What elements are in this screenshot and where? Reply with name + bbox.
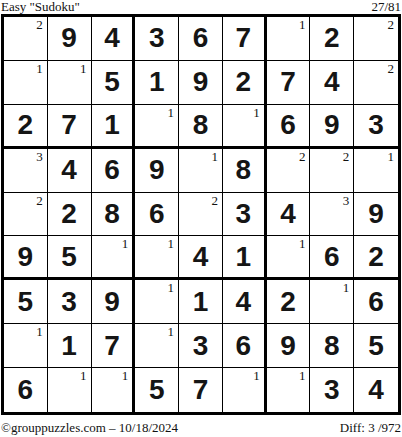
cell-corner-mark: 1 <box>80 369 87 382</box>
sudoku-cell[interactable]: 7 <box>48 105 92 149</box>
cell-corner-mark: 1 <box>211 150 218 163</box>
sudoku-cell[interactable]: 6 <box>92 149 136 193</box>
cell-corner-mark: 1 <box>168 237 175 250</box>
sudoku-cell[interactable]: 2 <box>310 17 354 61</box>
cell-value: 9 <box>18 243 34 271</box>
sudoku-cell[interactable]: 6 <box>135 193 179 237</box>
cell-value: 2 <box>235 68 251 96</box>
cell-corner-mark: 1 <box>80 62 87 75</box>
sudoku-cell[interactable]: 1 <box>179 280 223 324</box>
sudoku-cell[interactable]: 2 <box>310 149 354 193</box>
cell-value: 1 <box>104 111 120 139</box>
cell-corner-mark: 1 <box>36 325 43 338</box>
cell-value: 9 <box>368 200 384 228</box>
page-footer: ©grouppuzzles.com – 10/18/2024 Diff: 3 /… <box>0 419 402 435</box>
cell-value: 3 <box>235 200 251 228</box>
sudoku-cell[interactable]: 1 <box>92 105 136 149</box>
cell-value: 2 <box>368 243 384 271</box>
sudoku-cell[interactable]: 6 <box>223 324 267 368</box>
sudoku-cell[interactable]: 5 <box>354 324 398 368</box>
sudoku-cell[interactable]: 6 <box>179 17 223 61</box>
sudoku-cell[interactable]: 2 <box>4 105 48 149</box>
cell-value: 5 <box>18 288 34 316</box>
sudoku-cell[interactable]: 7 <box>267 61 311 105</box>
sudoku-cell[interactable]: 6 <box>310 236 354 280</box>
sudoku-cell[interactable]: 6 <box>267 105 311 149</box>
sudoku-cell[interactable]: 2 <box>223 61 267 105</box>
cell-value: 5 <box>368 332 384 360</box>
cell-value: 9 <box>61 24 77 52</box>
sudoku-cell[interactable]: 1 <box>267 368 311 412</box>
cell-value: 6 <box>235 332 251 360</box>
sudoku-grid: 2943671221151927422711816933469182212286… <box>1 14 401 415</box>
cell-value: 6 <box>280 111 296 139</box>
cell-corner-mark: 3 <box>343 194 350 207</box>
cell-value: 9 <box>149 156 165 184</box>
sudoku-cell[interactable]: 1 <box>223 368 267 412</box>
cell-counter: 27/81 <box>371 0 402 13</box>
cell-corner-mark: 1 <box>388 150 395 163</box>
cell-value: 4 <box>280 200 296 228</box>
cell-value: 3 <box>324 376 340 404</box>
sudoku-cell[interactable]: 1 <box>223 105 267 149</box>
cell-value: 5 <box>61 243 77 271</box>
sudoku-cell[interactable]: 1 <box>310 280 354 324</box>
cell-corner-mark: 1 <box>253 106 260 119</box>
sudoku-cell[interactable]: 9 <box>4 236 48 280</box>
sudoku-cell[interactable]: 6 <box>4 368 48 412</box>
cell-value: 7 <box>61 111 77 139</box>
sudoku-cell[interactable]: 4 <box>354 368 398 412</box>
cell-value: 9 <box>324 111 340 139</box>
cell-corner-mark: 2 <box>388 62 395 75</box>
cell-value: 9 <box>280 332 296 360</box>
sudoku-cell[interactable]: 2 <box>354 61 398 105</box>
cell-corner-mark: 1 <box>168 106 175 119</box>
sudoku-cell[interactable]: 8 <box>223 149 267 193</box>
sudoku-cell[interactable]: 2 <box>354 17 398 61</box>
sudoku-cell[interactable]: 1 <box>135 105 179 149</box>
puzzle-title: Easy "Sudoku" <box>0 0 80 13</box>
sudoku-cell[interactable]: 1 <box>48 324 92 368</box>
sudoku-cell[interactable]: 4 <box>48 149 92 193</box>
sudoku-cell[interactable]: 4 <box>223 280 267 324</box>
sudoku-cell[interactable]: 1 <box>48 368 92 412</box>
cell-value: 8 <box>193 111 209 139</box>
sudoku-cell[interactable]: 1 <box>92 368 136 412</box>
sudoku-cell[interactable]: 4 <box>179 236 223 280</box>
sudoku-cell[interactable]: 1 <box>135 236 179 280</box>
page-header: Easy "Sudoku" 27/81 <box>0 0 402 14</box>
difficulty-label: Diff: 3 /972 <box>340 421 402 435</box>
cell-value: 2 <box>61 200 77 228</box>
cell-value: 3 <box>61 288 77 316</box>
sudoku-cell[interactable]: 5 <box>48 236 92 280</box>
cell-value: 1 <box>61 332 77 360</box>
cell-corner-mark: 2 <box>36 194 43 207</box>
cell-value: 6 <box>149 200 165 228</box>
sudoku-cell[interactable]: 6 <box>354 280 398 324</box>
cell-corner-mark: 1 <box>253 369 260 382</box>
cell-value: 4 <box>193 243 209 271</box>
sudoku-cell[interactable]: 2 <box>179 193 223 237</box>
sudoku-cell[interactable]: 8 <box>179 105 223 149</box>
sudoku-cell[interactable]: 5 <box>92 61 136 105</box>
cell-corner-mark: 2 <box>388 18 395 31</box>
sudoku-cell[interactable]: 1 <box>92 236 136 280</box>
cell-value: 1 <box>193 288 209 316</box>
sudoku-cell[interactable]: 9 <box>267 324 311 368</box>
copyright-credit: ©grouppuzzles.com – 10/18/2024 <box>0 421 178 435</box>
cell-value: 7 <box>104 332 120 360</box>
cell-corner-mark: 1 <box>36 62 43 75</box>
sudoku-cell[interactable]: 8 <box>310 324 354 368</box>
sudoku-cell[interactable]: 9 <box>92 280 136 324</box>
cell-value: 7 <box>280 68 296 96</box>
sudoku-cell[interactable]: 2 <box>354 236 398 280</box>
cell-corner-mark: 2 <box>299 150 306 163</box>
cell-corner-mark: 2 <box>211 194 218 207</box>
sudoku-cell[interactable]: 7 <box>179 368 223 412</box>
cell-value: 7 <box>193 376 209 404</box>
cell-corner-mark: 1 <box>168 325 175 338</box>
sudoku-cell[interactable]: 1 <box>135 280 179 324</box>
sudoku-cell[interactable]: 3 <box>310 193 354 237</box>
cell-value: 9 <box>193 68 209 96</box>
cell-corner-mark: 3 <box>36 150 43 163</box>
cell-value: 4 <box>104 24 120 52</box>
sudoku-cell[interactable]: 4 <box>310 61 354 105</box>
cell-corner-mark: 1 <box>168 281 175 294</box>
sudoku-cell[interactable]: 1 <box>267 17 311 61</box>
cell-value: 2 <box>324 24 340 52</box>
cell-value: 4 <box>61 156 77 184</box>
cell-value: 3 <box>368 111 384 139</box>
sudoku-cell[interactable]: 1 <box>4 61 48 105</box>
sudoku-cell[interactable]: 3 <box>354 105 398 149</box>
cell-value: 9 <box>104 288 120 316</box>
cell-value: 8 <box>235 156 251 184</box>
sudoku-cell[interactable]: 3 <box>223 193 267 237</box>
cell-value: 8 <box>104 200 120 228</box>
cell-corner-mark: 1 <box>299 18 306 31</box>
sudoku-cell[interactable]: 5 <box>4 280 48 324</box>
sudoku-cell[interactable]: 9 <box>354 193 398 237</box>
sudoku-cell[interactable]: 2 <box>48 193 92 237</box>
sudoku-cell[interactable]: 1 <box>48 61 92 105</box>
sudoku-cell[interactable]: 1 <box>354 149 398 193</box>
sudoku-cell[interactable]: 9 <box>179 61 223 105</box>
cell-value: 6 <box>193 24 209 52</box>
cell-corner-mark: 1 <box>299 369 306 382</box>
sudoku-cell[interactable]: 5 <box>135 368 179 412</box>
cell-value: 5 <box>104 68 120 96</box>
cell-value: 3 <box>193 332 209 360</box>
sudoku-cell[interactable]: 1 <box>267 236 311 280</box>
sudoku-cell[interactable]: 1 <box>135 324 179 368</box>
sudoku-cell[interactable]: 1 <box>4 324 48 368</box>
cell-value: 2 <box>280 288 296 316</box>
cell-value: 4 <box>235 288 251 316</box>
sudoku-cell[interactable]: 7 <box>223 17 267 61</box>
sudoku-cell[interactable]: 1 <box>179 149 223 193</box>
cell-value: 7 <box>235 24 251 52</box>
cell-value: 4 <box>368 376 384 404</box>
cell-value: 5 <box>149 376 165 404</box>
cell-corner-mark: 2 <box>343 150 350 163</box>
sudoku-cell[interactable]: 7 <box>92 324 136 368</box>
cell-value: 4 <box>324 68 340 96</box>
sudoku-cell[interactable]: 9 <box>135 149 179 193</box>
sudoku-cell[interactable]: 2 <box>4 193 48 237</box>
cell-value: 3 <box>149 24 165 52</box>
sudoku-cell[interactable]: 9 <box>48 17 92 61</box>
cell-value: 1 <box>235 243 251 271</box>
cell-corner-mark: 1 <box>122 369 129 382</box>
cell-value: 2 <box>18 111 34 139</box>
sudoku-cell[interactable]: 4 <box>267 193 311 237</box>
sudoku-cell[interactable]: 1 <box>135 61 179 105</box>
cell-value: 6 <box>368 288 384 316</box>
cell-value: 8 <box>324 332 340 360</box>
cell-corner-mark: 1 <box>343 281 350 294</box>
sudoku-cell[interactable]: 3 <box>310 368 354 412</box>
cell-value: 1 <box>149 68 165 96</box>
cell-value: 6 <box>324 243 340 271</box>
sudoku-cell[interactable]: 8 <box>92 193 136 237</box>
cell-value: 6 <box>18 376 34 404</box>
sudoku-cell[interactable]: 2 <box>267 280 311 324</box>
cell-value: 6 <box>104 156 120 184</box>
sudoku-cell[interactable]: 2 <box>267 149 311 193</box>
sudoku-cell[interactable]: 1 <box>223 236 267 280</box>
cell-corner-mark: 2 <box>36 18 43 31</box>
sudoku-cell[interactable]: 3 <box>48 280 92 324</box>
sudoku-cell[interactable]: 3 <box>179 324 223 368</box>
sudoku-cell[interactable]: 9 <box>310 105 354 149</box>
sudoku-cell[interactable]: 3 <box>135 17 179 61</box>
sudoku-cell[interactable]: 3 <box>4 149 48 193</box>
sudoku-cell[interactable]: 4 <box>92 17 136 61</box>
cell-corner-mark: 1 <box>122 237 129 250</box>
cell-corner-mark: 1 <box>299 237 306 250</box>
sudoku-cell[interactable]: 2 <box>4 17 48 61</box>
